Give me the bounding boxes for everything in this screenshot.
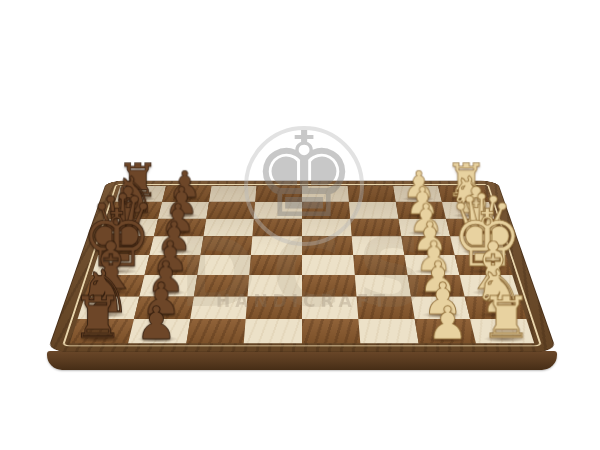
board-square xyxy=(206,202,255,219)
board-front-edge xyxy=(47,351,557,370)
board-square xyxy=(244,319,302,343)
board-square xyxy=(355,275,411,296)
board-square xyxy=(190,296,248,319)
piece-white-rook: ♜ xyxy=(480,288,532,346)
board-square xyxy=(358,319,418,343)
board-square xyxy=(246,296,302,319)
piece-black-pawn: ♟ xyxy=(136,300,177,346)
board-square xyxy=(302,186,349,202)
board-square xyxy=(197,255,251,275)
board-square xyxy=(203,219,254,237)
board-square xyxy=(349,202,398,219)
board-square xyxy=(351,236,403,255)
board-square xyxy=(248,275,302,296)
board-square: ♟ xyxy=(128,319,190,343)
board-square xyxy=(353,255,407,275)
board-square xyxy=(302,296,358,319)
board-square xyxy=(251,236,302,255)
board-square xyxy=(209,186,257,202)
board-square: ♜ xyxy=(470,319,534,343)
board-square xyxy=(302,219,351,237)
board-square xyxy=(302,275,356,296)
board-square xyxy=(200,236,252,255)
board-grid: ♜♟♟♜♞♟♟♞♝♟♟♝♛♟♟♛♚♟♟♚♝♟♟♝♞♟♟♞♜♟♟♜ xyxy=(70,186,534,343)
board-square xyxy=(253,219,302,237)
board-square xyxy=(254,202,302,219)
board-square xyxy=(302,319,360,343)
board-square xyxy=(350,219,401,237)
board-square xyxy=(347,186,395,202)
board-frame: ♜♟♟♜♞♟♟♞♝♟♟♝♛♟♟♛♚♟♟♚♝♟♟♝♞♟♟♞♜♟♟♜ xyxy=(47,181,557,352)
board-square xyxy=(249,255,302,275)
board-square xyxy=(302,255,355,275)
piece-white-pawn: ♟ xyxy=(427,300,468,346)
board-square xyxy=(193,275,249,296)
board-square: ♜ xyxy=(70,319,134,343)
board-square xyxy=(186,319,246,343)
board-square xyxy=(356,296,414,319)
board-square: ♟ xyxy=(414,319,476,343)
board-square xyxy=(302,236,353,255)
chess-set-product-photo: ♜♟♟♜♞♟♟♞♝♟♟♝♛♟♟♛♚♟♟♚♝♟♟♝♞♟♟♞♜♟♟♜ ♚ DCS H… xyxy=(0,0,600,450)
board-square xyxy=(255,186,302,202)
board-square xyxy=(302,202,350,219)
chess-board: ♜♟♟♜♞♟♟♞♝♟♟♝♛♟♟♛♚♟♟♚♝♟♟♝♞♟♟♞♜♟♟♜ xyxy=(47,181,557,352)
piece-black-rook: ♜ xyxy=(72,288,124,346)
frame-inlay-line: ♜♟♟♜♞♟♟♞♝♟♟♝♛♟♟♛♚♟♟♚♝♟♟♝♞♟♟♞♜♟♟♜ xyxy=(62,184,542,346)
